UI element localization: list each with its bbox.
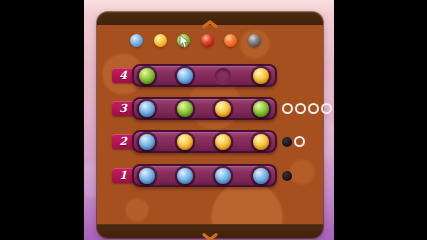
- guess-row-3: 3: [112, 97, 323, 120]
- guess-row-1: 1: [112, 164, 323, 187]
- guess-slot[interactable]: [177, 68, 193, 84]
- guess-slot[interactable]: [139, 68, 155, 84]
- yellow-ball: [177, 134, 193, 150]
- black-feedback-peg: [282, 137, 292, 147]
- game-window: 4321: [0, 0, 427, 240]
- guess-slot[interactable]: [215, 168, 231, 184]
- guess-row-4: 4: [112, 64, 323, 87]
- mastermind-board: 4321: [97, 12, 323, 238]
- chevron-up-icon: [201, 14, 219, 32]
- guess-row-2: 2: [112, 130, 323, 153]
- guess-slot[interactable]: [177, 101, 193, 117]
- guess-slot[interactable]: [177, 168, 193, 184]
- yellow-ball: [253, 68, 269, 84]
- empty-slot[interactable]: [215, 68, 231, 84]
- white-feedback-peg: [295, 103, 306, 114]
- guess-slot[interactable]: [139, 101, 155, 117]
- hand-cursor-icon: [178, 34, 190, 53]
- row-number-tab: 2: [112, 134, 134, 149]
- green-ball: [139, 68, 155, 84]
- white-feedback-peg: [308, 103, 319, 114]
- blue-ball: [139, 101, 155, 117]
- guess-slot[interactable]: [215, 134, 231, 150]
- blue-ball: [139, 168, 155, 184]
- palette-ball-red[interactable]: [201, 34, 214, 47]
- guess-slot[interactable]: [215, 101, 231, 117]
- blue-ball: [215, 168, 231, 184]
- feedback-pegs: [282, 97, 332, 120]
- guess-bar: [132, 64, 277, 87]
- guess-bar: [132, 97, 277, 120]
- guess-slot[interactable]: [253, 101, 269, 117]
- blue-ball: [139, 134, 155, 150]
- guess-slot[interactable]: [139, 168, 155, 184]
- green-ball: [253, 101, 269, 117]
- feedback-pegs: [282, 130, 305, 153]
- guess-bar: [132, 130, 277, 153]
- palette-ball-blue[interactable]: [130, 34, 143, 47]
- white-feedback-peg: [321, 103, 332, 114]
- guess-bar: [132, 164, 277, 187]
- palette-ball-gray[interactable]: [248, 34, 261, 47]
- yellow-ball: [253, 134, 269, 150]
- yellow-ball: [215, 101, 231, 117]
- color-palette: [130, 34, 261, 47]
- guess-slot[interactable]: [253, 68, 269, 84]
- chevron-down-icon: [201, 227, 219, 240]
- black-feedback-peg: [282, 171, 292, 181]
- palette-ball-orange[interactable]: [224, 34, 237, 47]
- feedback-pegs: [282, 164, 292, 187]
- blue-ball: [253, 168, 269, 184]
- row-number-tab: 3: [112, 101, 134, 116]
- palette-ball-yellow[interactable]: [154, 34, 167, 47]
- row-number-tab: 4: [112, 68, 134, 83]
- row-number-tab: 1: [112, 168, 134, 183]
- guess-slot[interactable]: [139, 134, 155, 150]
- green-ball: [177, 101, 193, 117]
- scroll-down-button[interactable]: [97, 224, 323, 238]
- blue-ball: [177, 68, 193, 84]
- white-feedback-peg: [282, 103, 293, 114]
- blue-ball: [177, 168, 193, 184]
- guess-slot[interactable]: [253, 168, 269, 184]
- white-feedback-peg: [294, 136, 305, 147]
- guess-slot[interactable]: [177, 134, 193, 150]
- yellow-ball: [215, 134, 231, 150]
- scroll-up-button[interactable]: [97, 12, 323, 25]
- guess-slot[interactable]: [253, 134, 269, 150]
